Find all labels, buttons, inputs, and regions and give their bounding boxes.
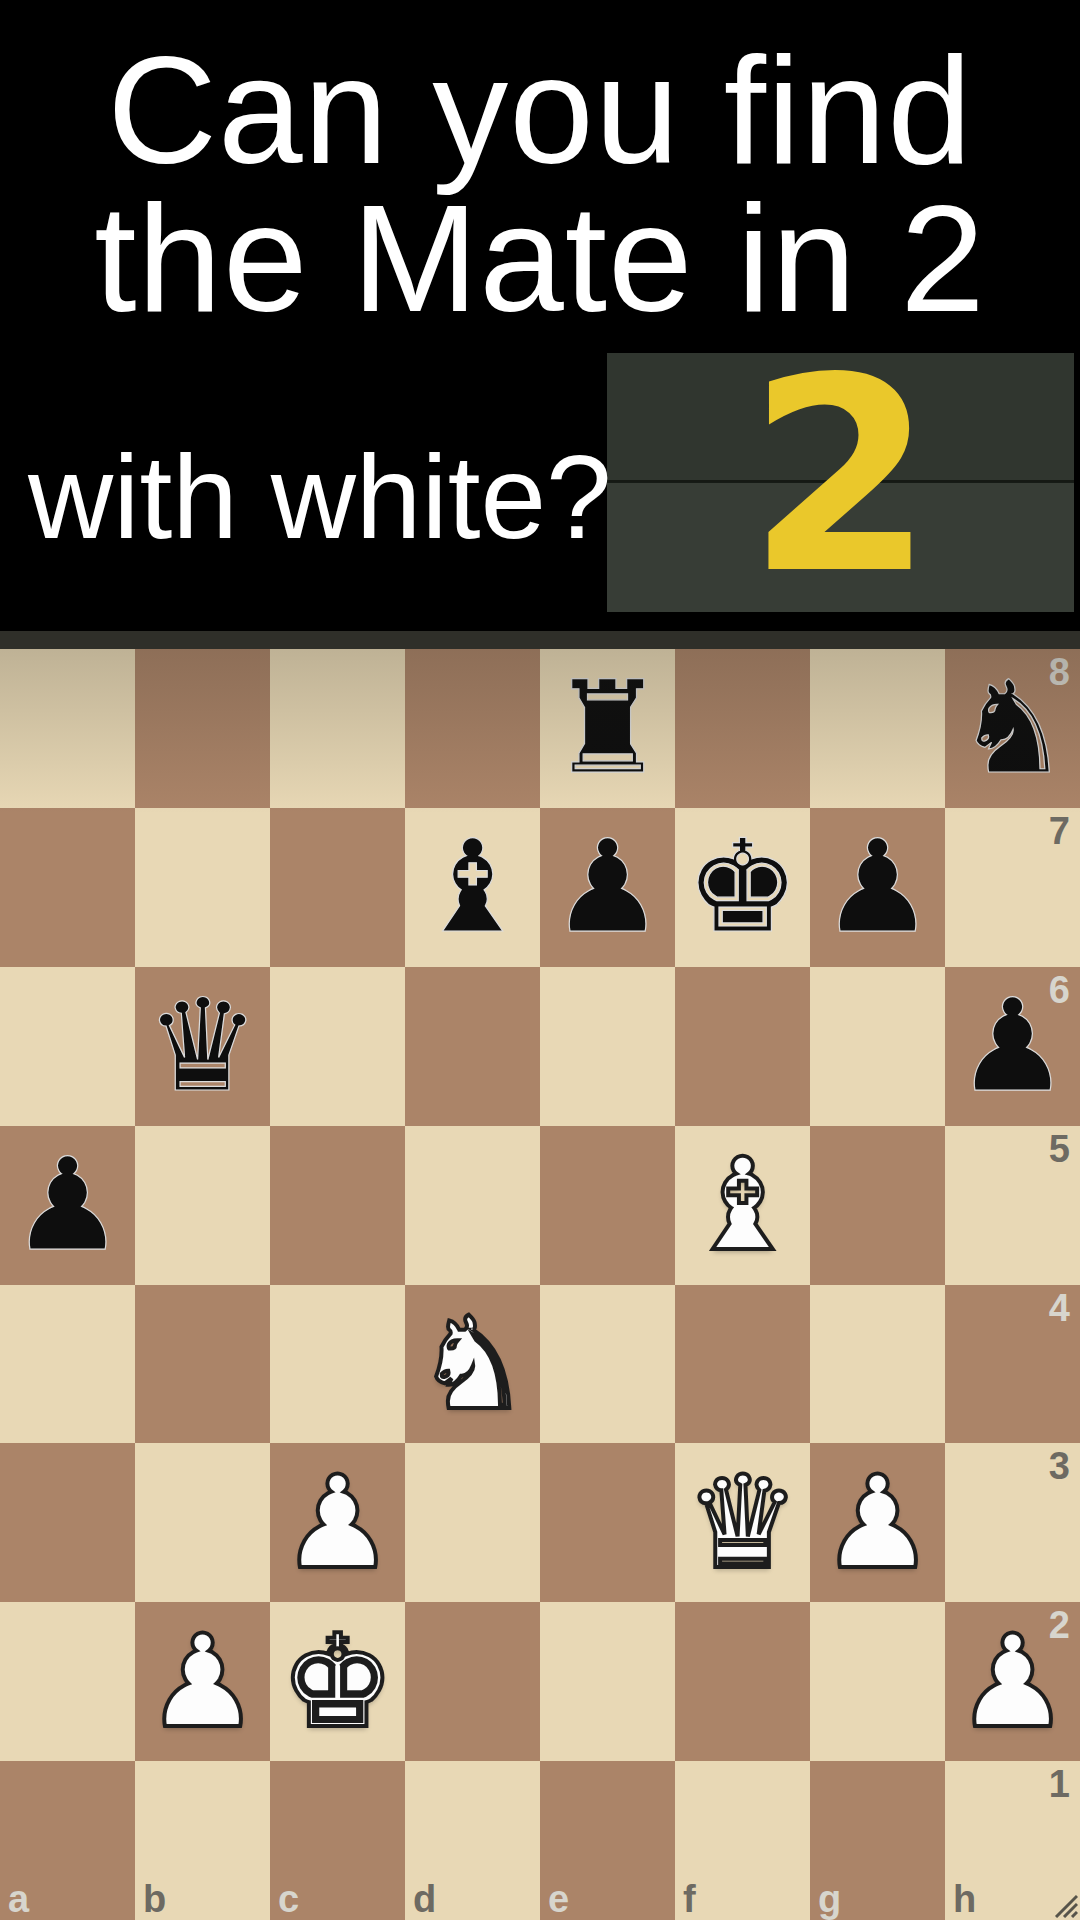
square-g1[interactable]: g [810,1761,945,1920]
file-label-f: f [683,1880,696,1918]
white-pawn[interactable]: ♟ [810,1443,945,1602]
file-label-c: c [278,1880,299,1918]
square-b5[interactable] [135,1126,270,1285]
square-g5[interactable] [810,1126,945,1285]
square-d6[interactable] [405,967,540,1126]
square-e8[interactable]: ♜ [540,649,675,808]
resize-handle-icon[interactable] [1050,1890,1078,1918]
rank-label-4: 4 [1049,1289,1070,1327]
square-a6[interactable] [0,967,135,1126]
title-line-1: Can you find [0,34,1080,186]
rank-label-7: 7 [1049,812,1070,850]
black-rook[interactable]: ♜ [540,649,675,808]
rank-label-5: 5 [1049,1130,1070,1168]
square-h6[interactable]: 6♟ [945,967,1080,1126]
square-a4[interactable] [0,1285,135,1444]
square-d8[interactable] [405,649,540,808]
file-label-a: a [8,1880,29,1918]
square-c7[interactable] [270,808,405,967]
square-e2[interactable] [540,1602,675,1761]
square-h2[interactable]: 2♟ [945,1602,1080,1761]
square-f3[interactable]: ♛ [675,1443,810,1602]
black-pawn[interactable]: ♟ [945,967,1080,1126]
square-c6[interactable] [270,967,405,1126]
white-queen[interactable]: ♛ [675,1443,810,1602]
square-b2[interactable]: ♟ [135,1602,270,1761]
black-queen[interactable]: ♛ [135,967,270,1126]
square-f7[interactable]: ♚ [675,808,810,967]
square-c8[interactable] [270,649,405,808]
chess-board[interactable]: ♜8♞♝♟♚♟7♛6♟♟♝5♞4♟♛♟3♟♚2♟abcdefg1h [0,649,1080,1920]
white-knight[interactable]: ♞ [405,1285,540,1444]
countdown-timer: 2 [607,353,1074,612]
black-pawn[interactable]: ♟ [810,808,945,967]
square-a5[interactable]: ♟ [0,1126,135,1285]
white-pawn[interactable]: ♟ [945,1602,1080,1761]
square-a8[interactable] [0,649,135,808]
square-c2[interactable]: ♚ [270,1602,405,1761]
square-b4[interactable] [135,1285,270,1444]
square-b7[interactable] [135,808,270,967]
square-c5[interactable] [270,1126,405,1285]
square-e5[interactable] [540,1126,675,1285]
square-a7[interactable] [0,808,135,967]
file-label-e: e [548,1880,569,1918]
square-g3[interactable]: ♟ [810,1443,945,1602]
square-g2[interactable] [810,1602,945,1761]
square-h8[interactable]: 8♞ [945,649,1080,808]
square-d3[interactable] [405,1443,540,1602]
square-e1[interactable]: e [540,1761,675,1920]
black-pawn[interactable]: ♟ [540,808,675,967]
square-e4[interactable] [540,1285,675,1444]
square-g6[interactable] [810,967,945,1126]
square-b3[interactable] [135,1443,270,1602]
square-f8[interactable] [675,649,810,808]
square-c1[interactable]: c [270,1761,405,1920]
file-label-b: b [143,1880,166,1918]
square-b6[interactable]: ♛ [135,967,270,1126]
square-c4[interactable] [270,1285,405,1444]
file-label-d: d [413,1880,436,1918]
countdown-digit: 2 [747,347,933,606]
board-top-edge [0,631,1080,649]
square-g8[interactable] [810,649,945,808]
black-king[interactable]: ♚ [675,808,810,967]
black-pawn[interactable]: ♟ [0,1126,135,1285]
square-f2[interactable] [675,1602,810,1761]
puzzle-page: Can you find the Mate in 2 with white? 2… [0,0,1080,1920]
square-f4[interactable] [675,1285,810,1444]
header: Can you find the Mate in 2 with white? 2 [0,0,1080,631]
square-d1[interactable]: d [405,1761,540,1920]
square-a2[interactable] [0,1602,135,1761]
square-g7[interactable]: ♟ [810,808,945,967]
square-f5[interactable]: ♝ [675,1126,810,1285]
square-h3[interactable]: 3 [945,1443,1080,1602]
white-pawn[interactable]: ♟ [270,1443,405,1602]
subtitle-with-white: with white? [28,438,612,556]
black-knight[interactable]: ♞ [945,649,1080,808]
title-line-2: the Mate in 2 [0,182,1080,334]
square-d2[interactable] [405,1602,540,1761]
square-b1[interactable]: b [135,1761,270,1920]
square-d7[interactable]: ♝ [405,808,540,967]
square-b8[interactable] [135,649,270,808]
square-g4[interactable] [810,1285,945,1444]
white-king[interactable]: ♚ [270,1602,405,1761]
rank-label-3: 3 [1049,1447,1070,1485]
square-a3[interactable] [0,1443,135,1602]
square-c3[interactable]: ♟ [270,1443,405,1602]
file-label-g: g [818,1880,841,1918]
square-h4[interactable]: 4 [945,1285,1080,1444]
square-a1[interactable]: a [0,1761,135,1920]
square-e3[interactable] [540,1443,675,1602]
square-d4[interactable]: ♞ [405,1285,540,1444]
white-pawn[interactable]: ♟ [135,1602,270,1761]
square-e7[interactable]: ♟ [540,808,675,967]
white-bishop[interactable]: ♝ [675,1126,810,1285]
square-h7[interactable]: 7 [945,808,1080,967]
square-e6[interactable] [540,967,675,1126]
square-f1[interactable]: f [675,1761,810,1920]
file-label-h: h [953,1880,976,1918]
square-f6[interactable] [675,967,810,1126]
square-d5[interactable] [405,1126,540,1285]
rank-label-1: 1 [1049,1765,1070,1803]
square-h5[interactable]: 5 [945,1126,1080,1285]
black-bishop[interactable]: ♝ [405,808,540,967]
